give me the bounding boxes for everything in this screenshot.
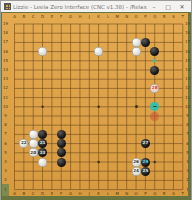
- black-stone[interactable]: 25: [141, 167, 150, 176]
- row-label: 8: [2, 123, 9, 127]
- row-label: 18: [2, 31, 9, 35]
- title-bar[interactable]: Lizzie - Leela Zero Interface (CNC v1.38…: [1, 1, 191, 12]
- black-stone[interactable]: 23: [38, 148, 47, 157]
- row-label: 14: [184, 68, 191, 72]
- row-label: 1: [184, 188, 191, 192]
- row-label: 15: [184, 59, 191, 63]
- column-label: D: [39, 192, 46, 196]
- row-label: 12: [184, 86, 191, 90]
- row-label: 14: [2, 68, 9, 72]
- column-label: O: [133, 192, 140, 196]
- row-label: 16: [2, 50, 9, 54]
- lizzie-window: Lizzie - Leela Zero Interface (CNC v1.38…: [0, 0, 192, 200]
- white-stone[interactable]: 22: [19, 139, 28, 148]
- column-label: M: [114, 15, 121, 19]
- black-stone[interactable]: 29: [141, 158, 150, 167]
- row-label: 5: [184, 151, 191, 155]
- black-stone[interactable]: [141, 38, 150, 47]
- row-label: 3: [184, 169, 191, 173]
- column-label: A: [11, 15, 18, 19]
- go-board[interactable]: AABBCCDDEEFFGGHHJJKKLLMMNNOOPPQQRRSSTT19…: [1, 12, 191, 200]
- row-label: 10: [184, 105, 191, 109]
- row-label: 19: [2, 22, 9, 26]
- column-label: S: [170, 15, 177, 19]
- minimize-button[interactable]: –: [147, 1, 161, 12]
- row-label: 10: [2, 105, 9, 109]
- black-stone[interactable]: 27: [141, 139, 150, 148]
- column-label: F: [58, 192, 65, 196]
- move-number: 23: [38, 148, 47, 157]
- row-label: 18: [184, 31, 191, 35]
- black-stone[interactable]: [57, 148, 66, 157]
- move-number: 27: [141, 139, 150, 148]
- move-number: 29: [141, 158, 150, 167]
- row-label: 19: [184, 22, 191, 26]
- column-label: C: [30, 192, 37, 196]
- column-label: R: [161, 192, 168, 196]
- white-stone[interactable]: [29, 130, 38, 139]
- column-label: B: [20, 192, 27, 196]
- row-label: 6: [184, 142, 191, 146]
- move-suggestion[interactable]: [150, 112, 159, 121]
- maximize-button[interactable]: ▢: [161, 1, 175, 12]
- column-label: A: [11, 192, 18, 196]
- column-label: J: [86, 15, 93, 19]
- row-label: 3: [2, 169, 9, 173]
- black-stone[interactable]: [38, 130, 47, 139]
- white-stone[interactable]: [29, 139, 38, 148]
- row-label: 9: [184, 114, 191, 118]
- black-stone[interactable]: [57, 158, 66, 167]
- column-label: R: [161, 15, 168, 19]
- column-label: O: [133, 15, 140, 19]
- white-stone[interactable]: 24: [132, 167, 141, 176]
- white-stone[interactable]: 20: [29, 148, 38, 157]
- move-number: 26: [132, 158, 141, 167]
- row-label: 9: [2, 114, 9, 118]
- row-label: 17: [2, 40, 9, 44]
- row-label: 12: [2, 86, 9, 90]
- column-label: N: [123, 15, 130, 19]
- column-label: Q: [151, 15, 158, 19]
- row-label: 2: [2, 178, 9, 182]
- row-label: 7: [184, 132, 191, 136]
- app-icon: [4, 3, 11, 10]
- black-stone[interactable]: [150, 66, 159, 75]
- move-number: 24: [132, 167, 141, 176]
- row-label: 17: [184, 40, 191, 44]
- column-label: Q: [151, 192, 158, 196]
- row-label: 11: [184, 96, 191, 100]
- row-label: 5: [2, 151, 9, 155]
- move-number: 22: [19, 139, 28, 148]
- row-label: 16: [184, 50, 191, 54]
- move-number: 21: [38, 139, 47, 148]
- column-label: L: [105, 15, 112, 19]
- white-stone[interactable]: [132, 38, 141, 47]
- white-stone[interactable]: [132, 47, 141, 56]
- column-label: D: [39, 15, 46, 19]
- white-stone[interactable]: 26: [132, 158, 141, 167]
- column-label: L: [105, 192, 112, 196]
- column-label: P: [142, 15, 149, 19]
- column-label: E: [48, 15, 55, 19]
- column-label: G: [67, 15, 74, 19]
- column-label: G: [67, 192, 74, 196]
- row-label: 8: [184, 123, 191, 127]
- black-stone[interactable]: [57, 130, 66, 139]
- black-stone[interactable]: 21: [38, 139, 47, 148]
- column-label: B: [20, 15, 27, 19]
- row-label: 11: [2, 96, 9, 100]
- column-label: T: [179, 15, 186, 19]
- column-label: M: [114, 192, 121, 196]
- black-stone[interactable]: [57, 139, 66, 148]
- column-label: F: [58, 15, 65, 19]
- column-label: H: [76, 15, 83, 19]
- white-stone[interactable]: [38, 158, 47, 167]
- move-number: 25: [141, 167, 150, 176]
- column-label: P: [142, 192, 149, 196]
- column-label: C: [30, 15, 37, 19]
- row-label: 13: [2, 77, 9, 81]
- row-label: 15: [2, 59, 9, 63]
- move-number: 20: [29, 148, 38, 157]
- row-label: 6: [2, 142, 9, 146]
- row-label: 7: [2, 132, 9, 136]
- column-label: N: [123, 192, 130, 196]
- column-label: H: [76, 192, 83, 196]
- board-grid: [1, 12, 191, 200]
- close-button[interactable]: ✕: [175, 1, 189, 12]
- window-controls: – ▢ ✕: [147, 1, 189, 12]
- column-label: S: [170, 192, 177, 196]
- column-label: T: [179, 192, 186, 196]
- row-label: 2: [184, 178, 191, 182]
- column-label: E: [48, 192, 55, 196]
- row-label: 4: [184, 160, 191, 164]
- white-stone[interactable]: 28: [150, 84, 159, 93]
- row-label: 4: [2, 160, 9, 164]
- column-label: K: [95, 192, 102, 196]
- move-number: 28: [150, 84, 159, 93]
- row-label: 13: [184, 77, 191, 81]
- row-label: 1: [2, 188, 9, 192]
- candidate-dot: [135, 105, 138, 108]
- column-label: K: [95, 15, 102, 19]
- column-label: J: [86, 192, 93, 196]
- window-title: Lizzie - Leela Zero Interface (CNC v1.38…: [13, 4, 147, 10]
